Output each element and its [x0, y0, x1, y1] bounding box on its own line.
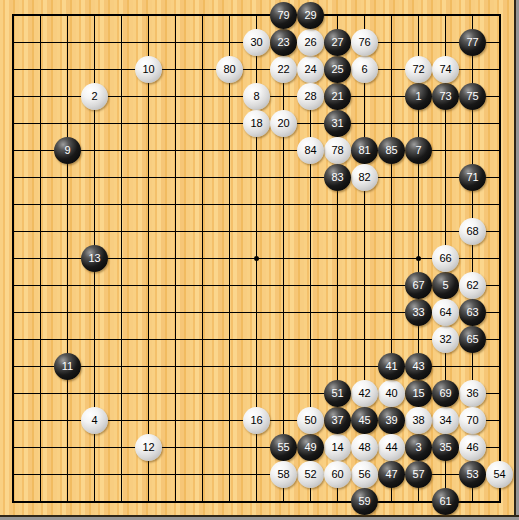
stone-number: 1: [415, 91, 421, 102]
stone-number: 71: [466, 172, 478, 183]
stone: 50: [297, 407, 324, 434]
stone-number: 66: [439, 253, 451, 264]
stone-number: 57: [412, 469, 424, 480]
stone-number: 18: [250, 118, 262, 129]
stone: 63: [459, 299, 486, 326]
stone: 78: [324, 137, 351, 164]
stone: 73: [432, 83, 459, 110]
stone-number: 7: [415, 145, 421, 156]
stone: 31: [324, 110, 351, 137]
stone: 21: [324, 83, 351, 110]
stone-number: 3: [415, 442, 421, 453]
stone-number: 22: [277, 64, 289, 75]
stone: 18: [243, 110, 270, 137]
stone-number: 65: [466, 334, 478, 345]
stone-number: 6: [361, 64, 367, 75]
stone: 72: [405, 56, 432, 83]
stone: 43: [405, 353, 432, 380]
star-point: [416, 256, 421, 261]
stone-number: 77: [466, 37, 478, 48]
stone-number: 28: [304, 91, 316, 102]
stone-number: 48: [358, 442, 370, 453]
stone: 41: [378, 353, 405, 380]
stone-number: 15: [412, 388, 424, 399]
stone-number: 47: [385, 469, 397, 480]
stone: 23: [270, 29, 297, 56]
stone-number: 58: [277, 469, 289, 480]
stone: 54: [486, 461, 513, 488]
grid-line-horizontal: [12, 339, 501, 340]
stone-number: 75: [466, 91, 478, 102]
stone: 26: [297, 29, 324, 56]
stone-number: 59: [358, 496, 370, 507]
stone-number: 4: [91, 415, 97, 426]
stone-number: 9: [64, 145, 70, 156]
stone: 20: [270, 110, 297, 137]
grid-line-vertical: [283, 14, 284, 503]
stone-number: 85: [385, 145, 397, 156]
stone: 38: [405, 407, 432, 434]
goban[interactable]: 1234567891011121314151618202122232425262…: [0, 0, 519, 520]
stone-number: 51: [331, 388, 343, 399]
stone-number: 78: [331, 145, 343, 156]
stone-number: 45: [358, 415, 370, 426]
stone-number: 29: [304, 10, 316, 21]
stone: 61: [432, 488, 459, 515]
stone: 58: [270, 461, 297, 488]
stone-number: 21: [331, 91, 343, 102]
stone: 57: [405, 461, 432, 488]
stone-number: 42: [358, 388, 370, 399]
stone-number: 56: [358, 469, 370, 480]
stone-number: 23: [277, 37, 289, 48]
stone: 52: [297, 461, 324, 488]
stone-number: 8: [253, 91, 259, 102]
stone-number: 30: [250, 37, 262, 48]
stone: 28: [297, 83, 324, 110]
stone-number: 73: [439, 91, 451, 102]
stone: 69: [432, 380, 459, 407]
stone-number: 35: [439, 442, 451, 453]
stone: 35: [432, 434, 459, 461]
stone: 64: [432, 299, 459, 326]
stone: 3: [405, 434, 432, 461]
stone-number: 83: [331, 172, 343, 183]
stone-number: 49: [304, 442, 316, 453]
stone-number: 70: [466, 415, 478, 426]
stone-number: 40: [385, 388, 397, 399]
stone: 62: [459, 272, 486, 299]
stone: 37: [324, 407, 351, 434]
stone: 82: [351, 164, 378, 191]
stone-number: 13: [88, 253, 100, 264]
stone-number: 27: [331, 37, 343, 48]
stone-number: 34: [439, 415, 451, 426]
stone: 16: [243, 407, 270, 434]
stone-number: 39: [385, 415, 397, 426]
stone-number: 79: [277, 10, 289, 21]
stone-number: 53: [466, 469, 478, 480]
stone-number: 31: [331, 118, 343, 129]
stone: 6: [351, 56, 378, 83]
stone: 76: [351, 29, 378, 56]
stone-number: 5: [442, 280, 448, 291]
stone: 48: [351, 434, 378, 461]
stone: 84: [297, 137, 324, 164]
stone: 7: [405, 137, 432, 164]
stone-number: 16: [250, 415, 262, 426]
stone-number: 37: [331, 415, 343, 426]
stone: 24: [297, 56, 324, 83]
stone: 47: [378, 461, 405, 488]
stone: 36: [459, 380, 486, 407]
grid-line-horizontal: [12, 501, 501, 503]
stone-number: 72: [412, 64, 424, 75]
stone-number: 33: [412, 307, 424, 318]
stone: 51: [324, 380, 351, 407]
board-frame-bottom-dark: [0, 515, 519, 517]
stone: 44: [378, 434, 405, 461]
grid-line-vertical: [499, 14, 501, 503]
stone: 70: [459, 407, 486, 434]
stone: 65: [459, 326, 486, 353]
stone-number: 2: [91, 91, 97, 102]
stone: 80: [216, 56, 243, 83]
stone-number: 68: [466, 226, 478, 237]
stone: 27: [324, 29, 351, 56]
stone: 55: [270, 434, 297, 461]
stone-number: 84: [304, 145, 316, 156]
stone-number: 36: [466, 388, 478, 399]
stone-number: 41: [385, 361, 397, 372]
stone-number: 63: [466, 307, 478, 318]
stone-number: 54: [493, 469, 505, 480]
stone: 71: [459, 164, 486, 191]
star-point: [254, 256, 259, 261]
stone-number: 12: [142, 442, 154, 453]
stone: 49: [297, 434, 324, 461]
stone-number: 61: [439, 496, 451, 507]
stone-number: 32: [439, 334, 451, 345]
stone: 13: [81, 245, 108, 272]
stone-number: 74: [439, 64, 451, 75]
stone: 9: [54, 137, 81, 164]
stone: 25: [324, 56, 351, 83]
stone: 77: [459, 29, 486, 56]
stone: 4: [81, 407, 108, 434]
stone-number: 26: [304, 37, 316, 48]
stone-number: 55: [277, 442, 289, 453]
stone-number: 67: [412, 280, 424, 291]
stone: 5: [432, 272, 459, 299]
stone: 40: [378, 380, 405, 407]
stone: 34: [432, 407, 459, 434]
stone: 75: [459, 83, 486, 110]
stone-number: 52: [304, 469, 316, 480]
stone-number: 11: [62, 361, 73, 372]
stone-number: 20: [277, 118, 289, 129]
stone: 8: [243, 83, 270, 110]
stone-number: 64: [439, 307, 451, 318]
stone: 10: [135, 56, 162, 83]
stone-number: 38: [412, 415, 424, 426]
stone: 29: [297, 2, 324, 29]
stone: 45: [351, 407, 378, 434]
stone-number: 76: [358, 37, 370, 48]
stone-number: 69: [439, 388, 451, 399]
stone: 53: [459, 461, 486, 488]
stone: 67: [405, 272, 432, 299]
stone: 2: [81, 83, 108, 110]
stone: 1: [405, 83, 432, 110]
board-frame-right-dark: [514, 0, 516, 520]
stone: 22: [270, 56, 297, 83]
stone: 60: [324, 461, 351, 488]
stone: 59: [351, 488, 378, 515]
stone-number: 62: [466, 280, 478, 291]
stone: 74: [432, 56, 459, 83]
stone: 85: [378, 137, 405, 164]
stone: 56: [351, 461, 378, 488]
stone-number: 60: [331, 469, 343, 480]
stone: 32: [432, 326, 459, 353]
stone: 14: [324, 434, 351, 461]
stone: 15: [405, 380, 432, 407]
stone-number: 82: [358, 172, 370, 183]
stone-number: 43: [412, 361, 424, 372]
stone-number: 46: [466, 442, 478, 453]
stone-number: 80: [223, 64, 235, 75]
stone-number: 24: [304, 64, 316, 75]
stone-number: 25: [331, 64, 343, 75]
stone: 11: [54, 353, 81, 380]
stone: 30: [243, 29, 270, 56]
stone: 12: [135, 434, 162, 461]
stone-number: 81: [358, 145, 370, 156]
stone: 66: [432, 245, 459, 272]
stone: 46: [459, 434, 486, 461]
stone: 68: [459, 218, 486, 245]
stone-number: 44: [385, 442, 397, 453]
stone: 42: [351, 380, 378, 407]
stone-number: 50: [304, 415, 316, 426]
stone: 33: [405, 299, 432, 326]
stone: 81: [351, 137, 378, 164]
stone-number: 14: [331, 442, 343, 453]
stone-number: 10: [142, 64, 154, 75]
stone: 79: [270, 2, 297, 29]
stone: 83: [324, 164, 351, 191]
stone: 39: [378, 407, 405, 434]
